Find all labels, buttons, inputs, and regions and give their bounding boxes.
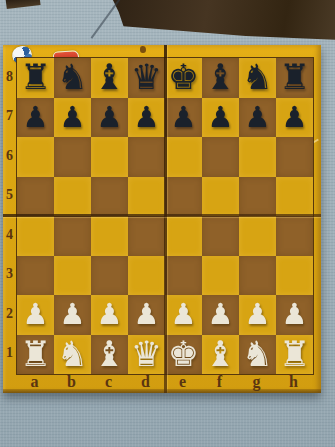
square-h3[interactable] bbox=[276, 256, 313, 296]
square-b6[interactable] bbox=[54, 137, 91, 177]
square-g2[interactable]: ♟ bbox=[239, 295, 276, 335]
square-a7[interactable]: ♟ bbox=[17, 98, 54, 138]
file-label-g: g bbox=[238, 373, 275, 390]
piece-black-pawn[interactable]: ♟ bbox=[23, 103, 49, 132]
piece-black-bishop[interactable]: ♝ bbox=[94, 60, 125, 95]
piece-white-bishop[interactable]: ♝ bbox=[94, 337, 125, 372]
piece-white-knight[interactable]: ♞ bbox=[57, 337, 88, 372]
rank-label-5: 5 bbox=[3, 176, 16, 216]
piece-white-pawn[interactable]: ♟ bbox=[134, 300, 160, 329]
piece-white-queen[interactable]: ♛ bbox=[131, 337, 162, 372]
square-b8[interactable]: ♞ bbox=[54, 58, 91, 98]
piece-white-pawn[interactable]: ♟ bbox=[97, 300, 123, 329]
file-label-e: e bbox=[164, 373, 201, 390]
board-scratch bbox=[140, 46, 146, 53]
square-a1[interactable]: ♜ bbox=[17, 335, 54, 375]
square-a5[interactable] bbox=[17, 177, 54, 217]
piece-black-rook[interactable]: ♜ bbox=[20, 60, 51, 95]
square-c1[interactable]: ♝ bbox=[91, 335, 128, 375]
square-f3[interactable] bbox=[202, 256, 239, 296]
piece-black-pawn[interactable]: ♟ bbox=[134, 103, 160, 132]
square-h7[interactable]: ♟ bbox=[276, 98, 313, 138]
square-d7[interactable]: ♟ bbox=[128, 98, 165, 138]
rank-label-3: 3 bbox=[3, 255, 16, 295]
file-label-h: h bbox=[275, 373, 312, 390]
piece-black-rook[interactable]: ♜ bbox=[279, 60, 310, 95]
square-c6[interactable] bbox=[91, 137, 128, 177]
piece-black-queen[interactable]: ♛ bbox=[131, 60, 162, 95]
square-g1[interactable]: ♞ bbox=[239, 335, 276, 375]
square-a8[interactable]: ♜ bbox=[17, 58, 54, 98]
piece-white-king[interactable]: ♚ bbox=[168, 337, 199, 372]
file-label-c: c bbox=[90, 373, 127, 390]
piece-white-pawn[interactable]: ♟ bbox=[282, 300, 308, 329]
square-c5[interactable] bbox=[91, 177, 128, 217]
square-c4[interactable] bbox=[91, 216, 128, 256]
file-label-f: f bbox=[201, 373, 238, 390]
square-f1[interactable]: ♝ bbox=[202, 335, 239, 375]
file-label-d: d bbox=[127, 373, 164, 390]
piece-black-pawn[interactable]: ♟ bbox=[171, 103, 197, 132]
square-c3[interactable] bbox=[91, 256, 128, 296]
piece-black-pawn[interactable]: ♟ bbox=[245, 103, 271, 132]
rank-label-6: 6 bbox=[3, 136, 16, 176]
square-e6[interactable] bbox=[165, 137, 202, 177]
square-d3[interactable] bbox=[128, 256, 165, 296]
square-h6[interactable] bbox=[276, 137, 313, 177]
square-c8[interactable]: ♝ bbox=[91, 58, 128, 98]
piece-black-pawn[interactable]: ♟ bbox=[97, 103, 123, 132]
square-f6[interactable] bbox=[202, 137, 239, 177]
square-d6[interactable] bbox=[128, 137, 165, 177]
piece-white-pawn[interactable]: ♟ bbox=[23, 300, 49, 329]
rank-label-2: 2 bbox=[3, 294, 16, 334]
square-h2[interactable]: ♟ bbox=[276, 295, 313, 335]
square-e3[interactable] bbox=[165, 256, 202, 296]
square-h4[interactable] bbox=[276, 216, 313, 256]
square-g8[interactable]: ♞ bbox=[239, 58, 276, 98]
board-fold-seam-vertical bbox=[164, 45, 167, 393]
square-b5[interactable] bbox=[54, 177, 91, 217]
rank-label-1: 1 bbox=[3, 334, 16, 374]
square-d1[interactable]: ♛ bbox=[128, 335, 165, 375]
square-b4[interactable] bbox=[54, 216, 91, 256]
piece-white-rook[interactable]: ♜ bbox=[20, 337, 51, 372]
square-f2[interactable]: ♟ bbox=[202, 295, 239, 335]
square-a6[interactable] bbox=[17, 137, 54, 177]
square-e5[interactable] bbox=[165, 177, 202, 217]
piece-white-bishop[interactable]: ♝ bbox=[205, 337, 236, 372]
file-label-a: a bbox=[16, 373, 53, 390]
piece-black-pawn[interactable]: ♟ bbox=[60, 103, 86, 132]
square-g4[interactable] bbox=[239, 216, 276, 256]
piece-black-pawn[interactable]: ♟ bbox=[208, 103, 234, 132]
piece-black-bishop[interactable]: ♝ bbox=[205, 60, 236, 95]
piece-black-knight[interactable]: ♞ bbox=[57, 60, 88, 95]
square-d8[interactable]: ♛ bbox=[128, 58, 165, 98]
board-fold-seam-horizontal bbox=[3, 214, 321, 217]
piece-white-pawn[interactable]: ♟ bbox=[208, 300, 234, 329]
square-c2[interactable]: ♟ bbox=[91, 295, 128, 335]
square-f8[interactable]: ♝ bbox=[202, 58, 239, 98]
square-f4[interactable] bbox=[202, 216, 239, 256]
square-d2[interactable]: ♟ bbox=[128, 295, 165, 335]
piece-black-knight[interactable]: ♞ bbox=[242, 60, 273, 95]
piece-white-pawn[interactable]: ♟ bbox=[60, 300, 86, 329]
rank-label-4: 4 bbox=[3, 215, 16, 255]
square-b7[interactable]: ♟ bbox=[54, 98, 91, 138]
square-e7[interactable]: ♟ bbox=[165, 98, 202, 138]
piece-black-king[interactable]: ♚ bbox=[168, 60, 199, 95]
chess-board: 87654321 ♜♞♝♛♚♝♞♜♟♟♟♟♟♟♟♟♟♟♟♟♟♟♟♟♜♞♝♛♚♝♞… bbox=[3, 45, 321, 393]
square-a2[interactable]: ♟ bbox=[17, 295, 54, 335]
square-e2[interactable]: ♟ bbox=[165, 295, 202, 335]
square-g7[interactable]: ♟ bbox=[239, 98, 276, 138]
square-h5[interactable] bbox=[276, 177, 313, 217]
square-a4[interactable] bbox=[17, 216, 54, 256]
square-d5[interactable] bbox=[128, 177, 165, 217]
piece-white-pawn[interactable]: ♟ bbox=[171, 300, 197, 329]
square-d4[interactable] bbox=[128, 216, 165, 256]
square-e8[interactable]: ♚ bbox=[165, 58, 202, 98]
piece-white-rook[interactable]: ♜ bbox=[279, 337, 310, 372]
square-e1[interactable]: ♚ bbox=[165, 335, 202, 375]
square-b3[interactable] bbox=[54, 256, 91, 296]
file-label-b: b bbox=[53, 373, 90, 390]
square-c7[interactable]: ♟ bbox=[91, 98, 128, 138]
rank-label-8: 8 bbox=[3, 57, 16, 97]
square-b2[interactable]: ♟ bbox=[54, 295, 91, 335]
square-g5[interactable] bbox=[239, 177, 276, 217]
square-e4[interactable] bbox=[165, 216, 202, 256]
piece-black-pawn[interactable]: ♟ bbox=[282, 103, 308, 132]
photo-scene: 87654321 ♜♞♝♛♚♝♞♜♟♟♟♟♟♟♟♟♟♟♟♟♟♟♟♟♜♞♝♛♚♝♞… bbox=[0, 0, 335, 447]
board-bottom-edge bbox=[3, 389, 321, 393]
square-f7[interactable]: ♟ bbox=[202, 98, 239, 138]
square-f5[interactable] bbox=[202, 177, 239, 217]
piece-white-knight[interactable]: ♞ bbox=[242, 337, 273, 372]
square-h8[interactable]: ♜ bbox=[276, 58, 313, 98]
piece-white-pawn[interactable]: ♟ bbox=[245, 300, 271, 329]
square-b1[interactable]: ♞ bbox=[54, 335, 91, 375]
square-a3[interactable] bbox=[17, 256, 54, 296]
square-h1[interactable]: ♜ bbox=[276, 335, 313, 375]
square-g3[interactable] bbox=[239, 256, 276, 296]
rank-label-7: 7 bbox=[3, 97, 16, 137]
square-g6[interactable] bbox=[239, 137, 276, 177]
